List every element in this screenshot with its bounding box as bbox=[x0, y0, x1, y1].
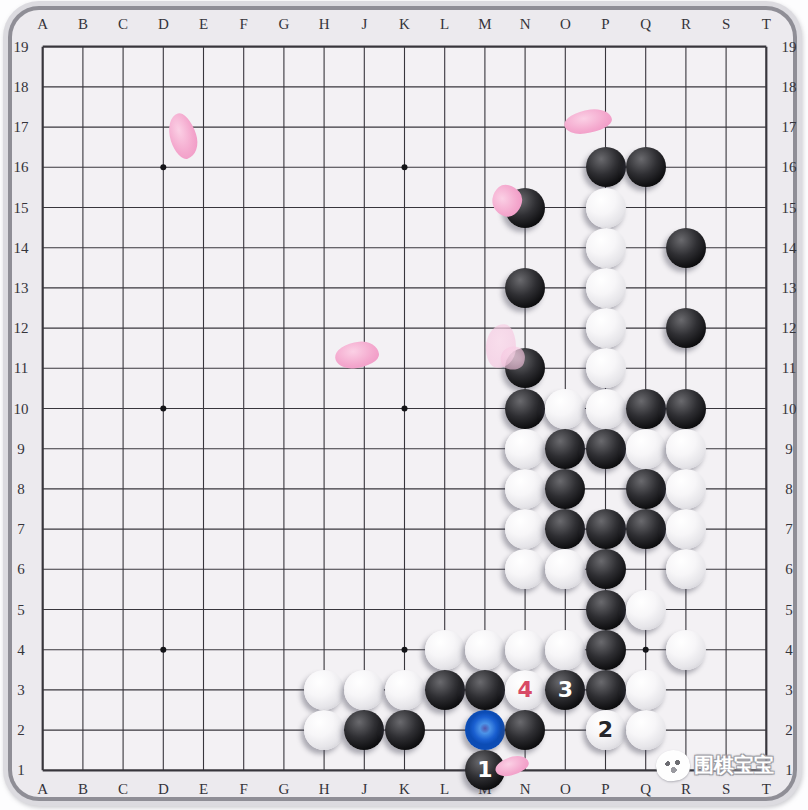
stone-black-n2[interactable] bbox=[505, 710, 545, 750]
row-label-right: 16 bbox=[782, 160, 797, 175]
stone-black-q16[interactable] bbox=[626, 147, 666, 187]
star-point bbox=[402, 164, 408, 170]
column-label-top: B bbox=[78, 17, 88, 32]
stone-black-p16[interactable] bbox=[586, 147, 626, 187]
row-label-right: 11 bbox=[782, 361, 796, 376]
stone-black-l3[interactable] bbox=[425, 670, 465, 710]
column-label-bottom: L bbox=[440, 782, 449, 797]
stone-white-p12[interactable] bbox=[586, 308, 626, 348]
stone-white-n3[interactable]: 4 bbox=[505, 670, 545, 710]
star-point bbox=[160, 406, 166, 412]
column-label-bottom: H bbox=[319, 782, 330, 797]
row-label-right: 7 bbox=[785, 522, 793, 537]
stone-white-q3[interactable] bbox=[626, 670, 666, 710]
move-number-label: 4 bbox=[517, 679, 532, 701]
star-point bbox=[643, 647, 649, 653]
column-label-top: A bbox=[37, 17, 48, 32]
row-label-left: 13 bbox=[14, 280, 29, 295]
stone-black-r12[interactable] bbox=[666, 308, 706, 348]
stone-white-k3[interactable] bbox=[385, 670, 425, 710]
column-label-bottom: P bbox=[601, 782, 609, 797]
row-label-right: 17 bbox=[782, 120, 797, 135]
move-number-label: 2 bbox=[598, 719, 613, 741]
stone-black-o9[interactable] bbox=[545, 429, 585, 469]
row-label-right: 5 bbox=[785, 602, 793, 617]
stone-black-r10[interactable] bbox=[666, 389, 706, 429]
column-label-bottom: J bbox=[361, 782, 367, 797]
column-label-bottom: F bbox=[240, 782, 248, 797]
row-label-right: 1 bbox=[785, 763, 793, 778]
stone-white-r8[interactable] bbox=[666, 469, 706, 509]
column-label-top: D bbox=[158, 17, 169, 32]
row-label-right: 9 bbox=[785, 441, 793, 456]
stone-white-q9[interactable] bbox=[626, 429, 666, 469]
stone-black-m3[interactable] bbox=[465, 670, 505, 710]
row-label-left: 5 bbox=[17, 602, 25, 617]
stone-white-r6[interactable] bbox=[666, 549, 706, 589]
stone-black-p9[interactable] bbox=[586, 429, 626, 469]
column-label-top: C bbox=[118, 17, 128, 32]
column-label-top: G bbox=[278, 17, 289, 32]
column-label-top: M bbox=[478, 17, 491, 32]
column-label-top: H bbox=[319, 17, 330, 32]
stone-white-o10[interactable] bbox=[545, 389, 585, 429]
stone-white-n9[interactable] bbox=[505, 429, 545, 469]
stone-white-r4[interactable] bbox=[666, 630, 706, 670]
star-point bbox=[160, 647, 166, 653]
stone-black-p4[interactable] bbox=[586, 630, 626, 670]
move-number-label: 3 bbox=[558, 679, 573, 701]
column-label-top: J bbox=[361, 17, 367, 32]
column-label-top: S bbox=[722, 17, 730, 32]
column-label-top: N bbox=[520, 17, 531, 32]
column-label-top: Q bbox=[640, 17, 651, 32]
stone-black-p5[interactable] bbox=[586, 590, 626, 630]
row-label-right: 8 bbox=[785, 481, 793, 496]
column-label-bottom: D bbox=[158, 782, 169, 797]
row-label-right: 18 bbox=[782, 79, 797, 94]
stone-white-q2[interactable] bbox=[626, 710, 666, 750]
row-label-right: 10 bbox=[782, 401, 797, 416]
column-label-bottom: A bbox=[37, 782, 48, 797]
star-point bbox=[402, 406, 408, 412]
row-label-left: 7 bbox=[17, 522, 25, 537]
row-label-left: 3 bbox=[17, 682, 25, 697]
stone-black-o3[interactable]: 3 bbox=[545, 670, 585, 710]
row-label-left: 12 bbox=[14, 321, 29, 336]
stone-white-p15[interactable] bbox=[586, 188, 626, 228]
stone-white-r7[interactable] bbox=[666, 509, 706, 549]
stone-white-l4[interactable] bbox=[425, 630, 465, 670]
row-label-left: 2 bbox=[17, 723, 25, 738]
row-label-left: 19 bbox=[14, 39, 29, 54]
stone-black-q8[interactable] bbox=[626, 469, 666, 509]
stone-black-n10[interactable] bbox=[505, 389, 545, 429]
stone-black-o8[interactable] bbox=[545, 469, 585, 509]
watermark-text: 围棋宝宝 bbox=[694, 752, 774, 779]
row-label-right: 12 bbox=[782, 321, 797, 336]
row-label-left: 18 bbox=[14, 79, 29, 94]
stone-white-o4[interactable] bbox=[545, 630, 585, 670]
row-label-right: 19 bbox=[782, 39, 797, 54]
column-label-bottom: G bbox=[278, 782, 289, 797]
stone-white-p14[interactable] bbox=[586, 228, 626, 268]
stone-white-h3[interactable] bbox=[304, 670, 344, 710]
stone-white-q5[interactable] bbox=[626, 590, 666, 630]
row-label-right: 13 bbox=[782, 280, 797, 295]
row-label-left: 11 bbox=[14, 361, 28, 376]
stone-white-n7[interactable] bbox=[505, 509, 545, 549]
row-label-left: 6 bbox=[17, 562, 25, 577]
row-label-right: 6 bbox=[785, 562, 793, 577]
stone-black-p3[interactable] bbox=[586, 670, 626, 710]
column-label-bottom: E bbox=[199, 782, 208, 797]
column-label-top: O bbox=[560, 17, 571, 32]
column-label-top: T bbox=[762, 17, 771, 32]
row-label-left: 16 bbox=[14, 160, 29, 175]
column-label-bottom: Q bbox=[640, 782, 651, 797]
watermark: 围棋宝宝 bbox=[656, 750, 774, 781]
row-label-left: 8 bbox=[17, 481, 25, 496]
column-label-top: L bbox=[440, 17, 449, 32]
column-label-top: P bbox=[601, 17, 609, 32]
ghost-mascot-icon bbox=[654, 748, 692, 783]
row-label-right: 2 bbox=[785, 723, 793, 738]
column-label-bottom: N bbox=[520, 782, 531, 797]
stone-black-p6[interactable] bbox=[586, 549, 626, 589]
row-label-left: 1 bbox=[17, 763, 25, 778]
stone-black-r14[interactable] bbox=[666, 228, 706, 268]
stone-black-q10[interactable] bbox=[626, 389, 666, 429]
move-number-label: 1 bbox=[477, 759, 492, 781]
row-label-left: 10 bbox=[14, 401, 29, 416]
column-label-bottom: O bbox=[560, 782, 571, 797]
stone-white-p13[interactable] bbox=[586, 268, 626, 308]
row-label-right: 14 bbox=[782, 240, 797, 255]
row-label-left: 17 bbox=[14, 120, 29, 135]
stone-white-p2[interactable]: 2 bbox=[586, 710, 626, 750]
row-label-right: 4 bbox=[785, 642, 793, 657]
stone-white-n8[interactable] bbox=[505, 469, 545, 509]
stone-white-h2[interactable] bbox=[304, 710, 344, 750]
row-label-left: 15 bbox=[14, 200, 29, 215]
row-label-left: 9 bbox=[17, 441, 25, 456]
column-label-top: R bbox=[681, 17, 691, 32]
star-point bbox=[402, 647, 408, 653]
stone-black-k2[interactable] bbox=[385, 710, 425, 750]
stone-white-r9[interactable] bbox=[666, 429, 706, 469]
row-label-right: 15 bbox=[782, 200, 797, 215]
stone-black-n13[interactable] bbox=[505, 268, 545, 308]
column-label-bottom: T bbox=[762, 782, 771, 797]
row-label-left: 14 bbox=[14, 240, 29, 255]
stone-white-p10[interactable] bbox=[586, 389, 626, 429]
column-label-bottom: C bbox=[118, 782, 128, 797]
stone-blue-m2[interactable] bbox=[465, 710, 505, 750]
stone-black-p7[interactable] bbox=[586, 509, 626, 549]
stone-white-j3[interactable] bbox=[344, 670, 384, 710]
column-label-bottom: S bbox=[722, 782, 730, 797]
row-label-right: 3 bbox=[785, 682, 793, 697]
stone-black-q7[interactable] bbox=[626, 509, 666, 549]
column-label-top: E bbox=[199, 17, 208, 32]
stone-white-p11[interactable] bbox=[586, 348, 626, 388]
column-label-bottom: B bbox=[78, 782, 88, 797]
column-label-top: K bbox=[399, 17, 410, 32]
column-label-bottom: R bbox=[681, 782, 691, 797]
column-label-bottom: K bbox=[399, 782, 410, 797]
stone-white-n4[interactable] bbox=[505, 630, 545, 670]
stone-white-m4[interactable] bbox=[465, 630, 505, 670]
star-point bbox=[160, 164, 166, 170]
row-label-left: 4 bbox=[17, 642, 25, 657]
column-label-top: F bbox=[240, 17, 248, 32]
